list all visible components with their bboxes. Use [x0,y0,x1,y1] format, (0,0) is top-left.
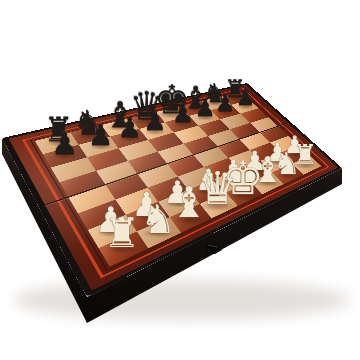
white-rook: ♜ [103,213,139,254]
black-pawn: ♟ [236,87,256,109]
black-pawn: ♟ [143,108,166,134]
black-pawn: ♟ [172,102,194,127]
black-pawn: ♟ [51,129,78,160]
black-pawn: ♟ [118,114,143,141]
chess-set-photo: ♜♞♝♛♚♝♞♜♟♟♟♟♟♟♟♟♟♟♟♟♟♟♟♟♜♞♝♛♚♝♞♜ [0,0,360,360]
black-pawn: ♟ [88,121,114,150]
pieces-layer: ♜♞♝♛♚♝♞♜♟♟♟♟♟♟♟♟♟♟♟♟♟♟♟♟♜♞♝♛♚♝♞♜ [0,0,360,360]
black-pawn: ♟ [195,97,216,121]
white-knight: ♞ [140,198,176,238]
black-pawn: ♟ [215,92,235,115]
